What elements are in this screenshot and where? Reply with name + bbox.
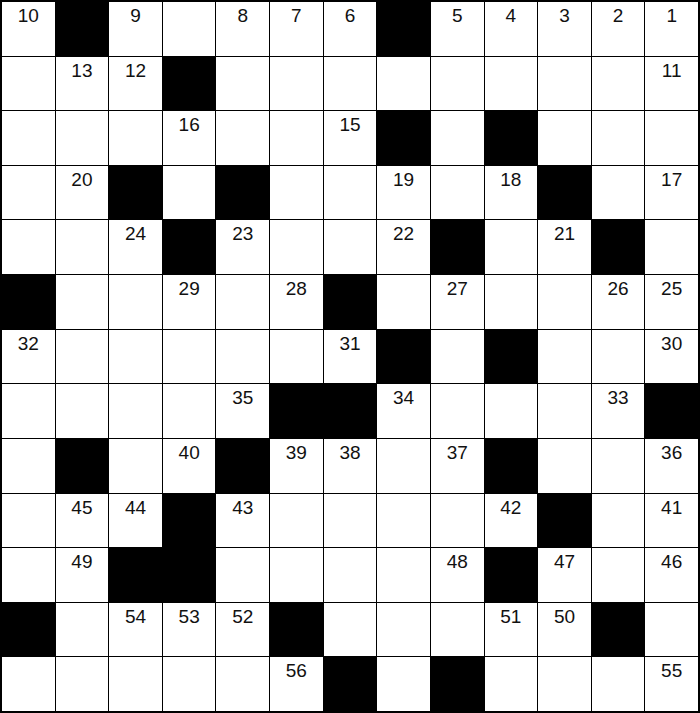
clue-number: 13 [71,57,92,80]
cell-r6c4[interactable]: 29 [163,275,216,329]
cell-r8c12[interactable]: 33 [592,384,645,438]
cell-r1c11[interactable]: 3 [538,2,591,56]
cell-r8c8[interactable]: 34 [377,384,430,438]
cell-r8c5[interactable]: 35 [216,384,269,438]
clue-number: 17 [661,166,682,189]
block-cell-r1c8 [377,2,430,56]
cell-r2c5[interactable] [216,57,269,111]
cell-r5c5[interactable]: 23 [216,220,269,274]
cell-r2c6[interactable] [270,57,323,111]
block-cell-r10c11 [538,494,591,548]
cell-r7c9[interactable] [431,330,484,384]
cell-r4c1[interactable] [2,166,55,220]
cell-r3c7[interactable]: 15 [324,111,377,165]
cell-r6c6[interactable]: 28 [270,275,323,329]
cell-r1c3[interactable]: 9 [109,2,162,56]
cell-r2c2[interactable]: 13 [56,57,109,111]
cell-r3c12[interactable] [592,111,645,165]
clue-number: 9 [130,2,141,25]
cell-r2c9[interactable] [431,57,484,111]
cell-r6c12[interactable]: 26 [592,275,645,329]
cell-r1c5[interactable]: 8 [216,2,269,56]
cell-r12c7[interactable] [324,603,377,657]
clue-number: 39 [286,439,307,462]
cell-r10c12[interactable] [592,494,645,548]
cell-r10c1[interactable] [2,494,55,548]
cell-r4c8[interactable]: 19 [377,166,430,220]
clue-number: 16 [179,111,200,134]
cell-r7c1[interactable]: 32 [2,330,55,384]
block-cell-r6c1 [2,275,55,329]
cell-r3c9[interactable] [431,111,484,165]
cell-r12c4[interactable]: 53 [163,603,216,657]
block-cell-r11c4 [163,548,216,602]
cell-r6c13[interactable]: 25 [645,275,698,329]
cell-r2c1[interactable] [2,57,55,111]
clue-number: 45 [71,494,92,517]
block-cell-r4c11 [538,166,591,220]
crossword-grid: 1098765432113121116152019181724232221292… [0,0,700,713]
clue-number: 19 [393,166,414,189]
cell-r6c5[interactable] [216,275,269,329]
cell-r3c13[interactable] [645,111,698,165]
clue-number: 34 [393,384,414,407]
block-cell-r5c4 [163,220,216,274]
clue-number: 24 [125,220,146,243]
block-cell-r13c9 [431,657,484,711]
clue-number: 41 [661,494,682,517]
cell-r6c8[interactable] [377,275,430,329]
cell-r3c6[interactable] [270,111,323,165]
cell-r1c12[interactable]: 2 [592,2,645,56]
cell-r1c4[interactable] [163,2,216,56]
cell-r10c9[interactable] [431,494,484,548]
cell-r3c5[interactable] [216,111,269,165]
cell-r11c8[interactable] [377,548,430,602]
cell-r7c2[interactable] [56,330,109,384]
clue-number: 42 [500,494,521,517]
cell-r6c11[interactable] [538,275,591,329]
cell-r11c1[interactable] [2,548,55,602]
cell-r10c6[interactable] [270,494,323,548]
clue-number: 23 [232,220,253,243]
cell-r11c7[interactable] [324,548,377,602]
cell-r11c13[interactable]: 46 [645,548,698,602]
cell-r1c1[interactable]: 10 [2,2,55,56]
cell-r4c12[interactable] [592,166,645,220]
clue-number: 50 [554,603,575,626]
cell-r9c6[interactable]: 39 [270,439,323,493]
cell-r13c3[interactable] [109,657,162,711]
cell-r9c9[interactable]: 37 [431,439,484,493]
block-cell-r12c1 [2,603,55,657]
block-cell-r1c2 [56,2,109,56]
cell-r13c8[interactable] [377,657,430,711]
cell-r8c10[interactable] [485,384,538,438]
cell-r12c2[interactable] [56,603,109,657]
clue-number: 36 [661,439,682,462]
cell-r2c12[interactable] [592,57,645,111]
cell-r13c4[interactable] [163,657,216,711]
cell-r3c2[interactable] [56,111,109,165]
cell-r5c2[interactable] [56,220,109,274]
clue-number: 47 [554,548,575,571]
clue-number: 1 [666,2,677,25]
cell-r11c6[interactable] [270,548,323,602]
cell-r5c1[interactable] [2,220,55,274]
cell-r7c4[interactable] [163,330,216,384]
block-cell-r11c3 [109,548,162,602]
cell-r11c9[interactable]: 48 [431,548,484,602]
cell-r7c11[interactable] [538,330,591,384]
cell-r4c2[interactable]: 20 [56,166,109,220]
block-cell-r6c7 [324,275,377,329]
cell-r4c9[interactable] [431,166,484,220]
block-cell-r3c8 [377,111,430,165]
cell-r9c4[interactable]: 40 [163,439,216,493]
cell-r2c8[interactable] [377,57,430,111]
block-cell-r9c2 [56,439,109,493]
clue-number: 29 [179,275,200,298]
cell-r11c5[interactable] [216,548,269,602]
cell-r6c3[interactable] [109,275,162,329]
cell-r10c7[interactable] [324,494,377,548]
cell-r8c4[interactable] [163,384,216,438]
cell-r13c13[interactable]: 55 [645,657,698,711]
cell-r4c13[interactable]: 17 [645,166,698,220]
cell-r12c3[interactable]: 54 [109,603,162,657]
clue-number: 2 [613,2,624,25]
clue-number: 40 [179,439,200,462]
clue-number: 56 [286,657,307,680]
block-cell-r3c10 [485,111,538,165]
block-cell-r7c10 [485,330,538,384]
cell-r5c6[interactable] [270,220,323,274]
clue-number: 7 [291,2,302,25]
cell-r13c1[interactable] [2,657,55,711]
cell-r3c3[interactable] [109,111,162,165]
clue-number: 30 [661,330,682,353]
cell-r6c10[interactable] [485,275,538,329]
cell-r5c11[interactable]: 21 [538,220,591,274]
block-cell-r8c13 [645,384,698,438]
clue-number: 26 [608,275,629,298]
cell-r10c2[interactable]: 45 [56,494,109,548]
cell-r12c5[interactable]: 52 [216,603,269,657]
cell-r1c9[interactable]: 5 [431,2,484,56]
clue-number: 5 [452,2,463,25]
cell-r9c1[interactable] [2,439,55,493]
block-cell-r9c10 [485,439,538,493]
cell-r10c8[interactable] [377,494,430,548]
cell-r3c4[interactable]: 16 [163,111,216,165]
block-cell-r9c5 [216,439,269,493]
cell-r8c11[interactable] [538,384,591,438]
cell-r9c7[interactable]: 38 [324,439,377,493]
cell-r9c3[interactable] [109,439,162,493]
cell-r1c7[interactable]: 6 [324,2,377,56]
cell-r13c6[interactable]: 56 [270,657,323,711]
clue-number: 28 [286,275,307,298]
block-cell-r5c9 [431,220,484,274]
cell-r10c10[interactable]: 42 [485,494,538,548]
clue-number: 49 [71,548,92,571]
clue-number: 55 [661,657,682,680]
clue-number: 11 [662,57,682,80]
cell-r13c10[interactable] [485,657,538,711]
cell-r6c2[interactable] [56,275,109,329]
cell-r8c1[interactable] [2,384,55,438]
cell-r8c3[interactable] [109,384,162,438]
clue-number: 27 [447,275,468,298]
cell-r10c3[interactable]: 44 [109,494,162,548]
block-cell-r4c3 [109,166,162,220]
cell-r7c3[interactable] [109,330,162,384]
clue-number: 43 [232,494,253,517]
clue-number: 32 [18,330,39,353]
cell-r1c10[interactable]: 4 [485,2,538,56]
cell-r3c1[interactable] [2,111,55,165]
cell-r6c9[interactable]: 27 [431,275,484,329]
cell-r7c13[interactable]: 30 [645,330,698,384]
block-cell-r12c6 [270,603,323,657]
cell-r11c11[interactable]: 47 [538,548,591,602]
cell-r7c5[interactable] [216,330,269,384]
cell-r7c12[interactable] [592,330,645,384]
clue-number: 18 [500,166,521,189]
block-cell-r5c12 [592,220,645,274]
cell-r2c13[interactable]: 11 [645,57,698,111]
block-cell-r7c8 [377,330,430,384]
cell-r5c3[interactable]: 24 [109,220,162,274]
clue-number: 25 [661,275,682,298]
clue-number: 15 [339,111,360,134]
block-cell-r8c7 [324,384,377,438]
clue-number: 52 [232,603,253,626]
cell-r9c11[interactable] [538,439,591,493]
clue-number: 38 [339,439,360,462]
cell-r11c12[interactable] [592,548,645,602]
cell-r5c10[interactable] [485,220,538,274]
clue-number: 3 [559,2,570,25]
clue-number: 4 [506,2,517,25]
clue-number: 44 [125,494,146,517]
block-cell-r8c6 [270,384,323,438]
block-cell-r10c4 [163,494,216,548]
cell-r13c11[interactable] [538,657,591,711]
cell-r12c11[interactable]: 50 [538,603,591,657]
clue-number: 48 [447,548,468,571]
block-cell-r12c12 [592,603,645,657]
cell-r11c2[interactable]: 49 [56,548,109,602]
block-cell-r4c5 [216,166,269,220]
clue-number: 10 [18,2,39,25]
cell-r12c9[interactable] [431,603,484,657]
clue-number: 31 [339,330,360,353]
cell-r2c10[interactable] [485,57,538,111]
clue-number: 37 [447,439,468,462]
cell-r5c13[interactable] [645,220,698,274]
cell-r9c12[interactable] [592,439,645,493]
cell-r13c2[interactable] [56,657,109,711]
clue-number: 12 [125,57,146,80]
clue-number: 46 [661,548,682,571]
cell-r3c11[interactable] [538,111,591,165]
block-cell-r2c4 [163,57,216,111]
cell-r4c6[interactable] [270,166,323,220]
cell-r1c13[interactable]: 1 [645,2,698,56]
cell-r8c2[interactable] [56,384,109,438]
cell-r5c7[interactable] [324,220,377,274]
cell-r12c10[interactable]: 51 [485,603,538,657]
cell-r4c4[interactable] [163,166,216,220]
cell-r7c6[interactable] [270,330,323,384]
cell-r4c7[interactable] [324,166,377,220]
cell-r10c5[interactable]: 43 [216,494,269,548]
clue-number: 53 [179,603,200,626]
clue-number: 51 [500,603,521,626]
cell-r2c7[interactable] [324,57,377,111]
cell-r8c9[interactable] [431,384,484,438]
block-cell-r11c10 [485,548,538,602]
clue-number: 33 [608,384,629,407]
cell-r9c13[interactable]: 36 [645,439,698,493]
clue-number: 21 [554,220,575,243]
clue-number: 22 [393,220,414,243]
cell-r12c13[interactable] [645,603,698,657]
cell-r7c7[interactable]: 31 [324,330,377,384]
cell-r2c3[interactable]: 12 [109,57,162,111]
cell-r13c12[interactable] [592,657,645,711]
cell-r5c8[interactable]: 22 [377,220,430,274]
cell-r9c8[interactable] [377,439,430,493]
cell-r4c10[interactable]: 18 [485,166,538,220]
block-cell-r13c7 [324,657,377,711]
clue-number: 8 [237,2,248,25]
cell-r2c11[interactable] [538,57,591,111]
cell-r13c5[interactable] [216,657,269,711]
clue-number: 54 [125,603,146,626]
clue-number: 6 [345,2,356,25]
clue-number: 20 [71,166,92,189]
clue-number: 35 [232,384,253,407]
cell-r10c13[interactable]: 41 [645,494,698,548]
cell-r1c6[interactable]: 7 [270,2,323,56]
cell-r12c8[interactable] [377,603,430,657]
